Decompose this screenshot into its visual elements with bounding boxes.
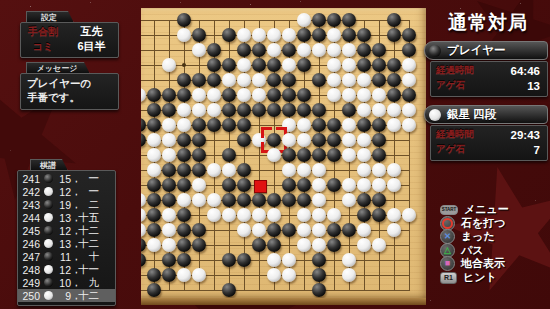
white-stone: [342, 193, 356, 207]
black-stone: [177, 133, 191, 147]
black-stone: [342, 103, 356, 117]
black-stone: [402, 43, 416, 57]
kifu-panel[interactable]: 24115，一24212，一24319，二24413，十五24512，十二246…: [17, 170, 116, 306]
black-stone: [267, 58, 281, 72]
white-stone: [282, 253, 296, 267]
white-stone: [141, 88, 146, 102]
white-stone: [252, 88, 266, 102]
black-stone: [312, 268, 326, 282]
white-stone: [282, 268, 296, 282]
white-stone: [357, 103, 371, 117]
black-stone: [282, 103, 296, 117]
white-stone: [357, 223, 371, 237]
white-stone: [237, 73, 251, 87]
white-stone: [222, 163, 236, 177]
black-stone: [207, 43, 221, 57]
legend-item-2: 石を打つ: [440, 217, 506, 230]
white-stone: [327, 58, 341, 72]
black-stone: [282, 193, 296, 207]
black-stone: [177, 13, 191, 27]
white-stone: [192, 268, 206, 282]
black-stone: [147, 223, 161, 237]
black-stone: [297, 148, 311, 162]
white-stone: [342, 58, 356, 72]
white-stone: [267, 43, 281, 57]
black-stone-icon: [44, 278, 53, 287]
white-stone: [162, 208, 176, 222]
black-stone-icon: [429, 45, 441, 57]
white-stone: [342, 73, 356, 87]
kifu-move-row: 24613，十二: [18, 237, 115, 250]
star-speckles: [0, 0, 1, 1]
black-stone: [177, 178, 191, 192]
white-stone: [141, 223, 146, 237]
black-stone: [222, 193, 236, 207]
elapsed-time-label: 経過時間: [431, 128, 492, 141]
elapsed-time-row: 経過時間 29:43: [431, 127, 547, 142]
black-stone: [312, 103, 326, 117]
opponent-name: 銀星 四段: [447, 107, 496, 122]
black-stone: [177, 88, 191, 102]
black-stone: [237, 178, 251, 192]
white-stone-icon: [44, 291, 53, 300]
black-stone: [357, 58, 371, 72]
board-side-face: [141, 298, 426, 305]
white-stone: [327, 43, 341, 57]
black-stone: [312, 13, 326, 27]
settings-panel: 手合割 互先 コミ 6目半: [20, 22, 119, 58]
white-stone: [357, 133, 371, 147]
black-stone: [282, 43, 296, 57]
white-stone: [342, 148, 356, 162]
match-title: 通常対局: [430, 10, 546, 36]
black-stone: [237, 103, 251, 117]
black-stone: [387, 28, 401, 42]
kifu-move-row: 2509，十二: [18, 289, 115, 302]
white-stone: [147, 163, 161, 177]
black-stone: [141, 253, 146, 267]
black-stone: [192, 238, 206, 252]
black-stone: [252, 58, 266, 72]
kifu-move-row: 24910，九: [18, 276, 115, 289]
white-stone: [327, 208, 341, 222]
white-stone: [357, 178, 371, 192]
black-stone: [237, 193, 251, 207]
white-stone: [387, 223, 401, 237]
black-stone: [177, 238, 191, 252]
black-stone: [267, 223, 281, 237]
white-stone: [342, 118, 356, 132]
captures-label: アゲ石: [431, 143, 492, 156]
white-stone: [312, 43, 326, 57]
white-stone: [222, 208, 236, 222]
black-stone: [312, 148, 326, 162]
black-stone: [147, 193, 161, 207]
white-stone: [162, 133, 176, 147]
tab-message-label: メッセージ: [37, 64, 78, 73]
black-stone: [312, 283, 326, 297]
black-stone: [237, 163, 251, 177]
white-stone: [282, 163, 296, 177]
black-stone: [267, 88, 281, 102]
legend-item-4: △パス: [440, 244, 484, 257]
white-stone: [162, 223, 176, 237]
black-stone: [372, 193, 386, 207]
black-stone: [387, 58, 401, 72]
white-stone: [342, 133, 356, 147]
player-stats-white: 経過時間 29:43 アゲ石 7: [430, 125, 548, 161]
white-stone: [177, 193, 191, 207]
elapsed-time-value: 64:46: [492, 65, 547, 77]
cross-button-icon: ✕: [440, 229, 455, 244]
white-stone: [162, 148, 176, 162]
go-board[interactable]: [141, 8, 426, 298]
kifu-move-row: 24212，一: [18, 185, 115, 198]
white-stone: [297, 223, 311, 237]
black-stone: [177, 73, 191, 87]
black-stone: [222, 58, 236, 72]
white-stone: [372, 178, 386, 192]
black-stone: [267, 73, 281, 87]
black-stone: [237, 133, 251, 147]
white-stone: [147, 133, 161, 147]
white-stone: [297, 118, 311, 132]
last-move-marker: [254, 180, 267, 193]
black-stone: [297, 193, 311, 207]
kifu-move-row: 24319，二: [18, 198, 115, 211]
black-stone: [297, 178, 311, 192]
black-stone: [207, 58, 221, 72]
legend-item-1: STARTメニュー: [440, 203, 509, 216]
black-stone: [162, 88, 176, 102]
white-stone: [162, 118, 176, 132]
white-stone: [312, 223, 326, 237]
black-stone: [141, 118, 146, 132]
kifu-move-row: 24115，一: [18, 172, 115, 185]
black-stone: [147, 118, 161, 132]
black-stone: [222, 253, 236, 267]
black-stone: [147, 88, 161, 102]
komi-value: 6目半: [65, 39, 118, 54]
white-stone: [207, 208, 221, 222]
white-stone: [192, 178, 206, 192]
black-stone: [387, 13, 401, 27]
white-stone: [327, 73, 341, 87]
white-stone: [327, 28, 341, 42]
black-stone: [282, 148, 296, 162]
black-stone: [147, 283, 161, 297]
kifu-move-row: 24812，十一: [18, 263, 115, 276]
black-stone: [222, 28, 236, 42]
black-stone: [327, 133, 341, 147]
tab-settings-label: 設定: [41, 13, 57, 22]
white-stone: [312, 238, 326, 252]
black-stone: [372, 73, 386, 87]
white-stone: [141, 208, 146, 222]
white-stone: [237, 58, 251, 72]
captures-label: アゲ石: [431, 79, 492, 92]
white-stone: [237, 28, 251, 42]
white-stone: [192, 103, 206, 117]
white-stone: [312, 163, 326, 177]
message-panel: プレイヤーの 手番です。: [20, 73, 119, 110]
black-stone: [222, 118, 236, 132]
white-stone: [387, 118, 401, 132]
black-stone: [147, 268, 161, 282]
black-stone: [327, 223, 341, 237]
white-stone: [207, 193, 221, 207]
white-stone: [297, 133, 311, 147]
white-stone: [357, 73, 371, 87]
white-stone: [267, 28, 281, 42]
black-stone: [297, 103, 311, 117]
komi-label: コミ: [21, 40, 65, 54]
player-name: プレイヤー: [447, 43, 506, 58]
white-stone: [402, 58, 416, 72]
black-stone: [372, 133, 386, 147]
white-stone: [192, 88, 206, 102]
black-stone: [372, 208, 386, 222]
legend-item-3: ✕まった: [440, 230, 495, 243]
black-stone: [147, 103, 161, 117]
black-stone: [162, 178, 176, 192]
elapsed-time-value: 29:43: [492, 129, 547, 141]
white-stone: [327, 88, 341, 102]
black-stone: [177, 253, 191, 267]
white-stone: [387, 178, 401, 192]
legend-item-6: R1ヒント: [440, 271, 497, 284]
square-button-icon: ■: [440, 256, 455, 271]
white-stone: [387, 163, 401, 177]
white-stone: [207, 163, 221, 177]
black-stone: [207, 118, 221, 132]
white-stone: [267, 268, 281, 282]
white-stone: [267, 148, 281, 162]
black-stone: [177, 163, 191, 177]
black-stone: [357, 118, 371, 132]
handicap-value: 互先: [65, 24, 118, 39]
white-stone: [297, 13, 311, 27]
white-stone: [342, 43, 356, 57]
white-stone: [402, 103, 416, 117]
black-stone: [267, 193, 281, 207]
black-stone: [387, 73, 401, 87]
tab-kifu-label: 棋譜: [40, 161, 56, 170]
komi-row: コミ 6目半: [21, 39, 118, 54]
black-stone: [327, 178, 341, 192]
white-stone: [402, 73, 416, 87]
captures-value: 7: [492, 144, 547, 156]
white-stone: [282, 58, 296, 72]
white-stone: [342, 268, 356, 282]
white-stone: [252, 28, 266, 42]
white-stone: [297, 43, 311, 57]
white-stone: [177, 118, 191, 132]
white-stone: [252, 73, 266, 87]
white-stone: [312, 208, 326, 222]
black-stone: [297, 88, 311, 102]
white-stone-icon: [44, 213, 53, 222]
black-stone: [222, 88, 236, 102]
captures-row: アゲ石 13: [431, 78, 547, 93]
message-line: 手番です。: [21, 90, 118, 104]
black-stone: [192, 28, 206, 42]
black-stone: [222, 103, 236, 117]
game-screen: 設定 手合割 互先 コミ 6目半 メッセージ プレイヤーの 手番です。 棋譜 2…: [0, 0, 550, 309]
black-stone-icon: [44, 226, 53, 235]
white-stone: [342, 178, 356, 192]
captures-row: アゲ石 7: [431, 142, 547, 157]
black-stone: [297, 28, 311, 42]
black-stone: [357, 43, 371, 57]
player-bar-black: プレイヤー: [424, 41, 548, 60]
white-stone: [387, 208, 401, 222]
black-stone-icon: [44, 174, 53, 183]
black-stone: [267, 238, 281, 252]
black-stone: [207, 73, 221, 87]
black-stone: [327, 238, 341, 252]
white-stone: [357, 88, 371, 102]
black-stone: [282, 73, 296, 87]
black-stone: [162, 268, 176, 282]
black-stone: [192, 118, 206, 132]
black-stone: [402, 28, 416, 42]
black-stone: [141, 238, 146, 252]
black-stone: [162, 103, 176, 117]
player-stats-black: 経過時間 64:46 アゲ石 13: [430, 61, 548, 97]
white-stone: [177, 28, 191, 42]
legend-item-5: ■地合表示: [440, 257, 505, 270]
white-stone: [342, 88, 356, 102]
black-stone: [222, 283, 236, 297]
r1-button-icon: R1: [440, 272, 457, 284]
captures-value: 13: [492, 80, 547, 92]
white-stone-icon: [44, 187, 53, 196]
black-stone: [162, 253, 176, 267]
message-line: プレイヤーの: [21, 76, 118, 90]
black-stone: [237, 118, 251, 132]
white-stone: [402, 118, 416, 132]
black-stone: [372, 43, 386, 57]
black-stone: [237, 43, 251, 57]
black-stone: [387, 88, 401, 102]
handicap-label: 手合割: [21, 25, 65, 39]
white-stone-icon: [44, 239, 53, 248]
start-button-icon: START: [440, 205, 458, 215]
black-stone: [147, 208, 161, 222]
white-stone: [147, 238, 161, 252]
white-stone: [357, 148, 371, 162]
white-stone: [312, 178, 326, 192]
white-stone: [222, 73, 236, 87]
white-stone-icon: [429, 109, 441, 121]
black-stone: [312, 133, 326, 147]
black-stone: [342, 223, 356, 237]
white-stone: [282, 133, 296, 147]
black-stone: [372, 118, 386, 132]
white-stone: [387, 103, 401, 117]
black-stone: [192, 133, 206, 147]
black-stone: [177, 208, 191, 222]
black-stone: [192, 223, 206, 237]
black-stone: [222, 178, 236, 192]
white-stone: [312, 193, 326, 207]
black-stone: [252, 43, 266, 57]
white-stone: [252, 208, 266, 222]
black-stone: [282, 223, 296, 237]
black-stone: [252, 238, 266, 252]
black-stone: [327, 148, 341, 162]
legend-label: ヒント: [463, 270, 497, 285]
white-stone: [282, 28, 296, 42]
elapsed-time-row: 経過時間 64:46: [431, 63, 547, 78]
white-stone: [372, 163, 386, 177]
white-stone: [372, 103, 386, 117]
white-stone: [372, 88, 386, 102]
black-stone: [312, 28, 326, 42]
black-stone-icon: [44, 200, 53, 209]
black-stone: [192, 148, 206, 162]
white-stone-icon: [44, 265, 53, 274]
white-stone: [357, 238, 371, 252]
white-stone: [342, 253, 356, 267]
black-stone: [312, 118, 326, 132]
black-stone: [312, 73, 326, 87]
black-stone: [372, 148, 386, 162]
kifu-move-row: 24711，十: [18, 250, 115, 263]
elapsed-time-label: 経過時間: [431, 64, 492, 77]
black-stone: [147, 178, 161, 192]
white-stone: [177, 268, 191, 282]
white-stone: [237, 223, 251, 237]
black-stone: [357, 28, 371, 42]
white-stone: [297, 208, 311, 222]
kifu-move-row: 24512，十二: [18, 224, 115, 237]
black-stone: [282, 88, 296, 102]
white-stone: [237, 88, 251, 102]
star-point: [182, 63, 186, 67]
white-stone: [297, 163, 311, 177]
black-stone: [327, 13, 341, 27]
black-stone: [327, 118, 341, 132]
white-stone: [177, 103, 191, 117]
black-stone: [342, 13, 356, 27]
board-grid: [141, 20, 410, 291]
black-stone: [162, 163, 176, 177]
black-stone: [141, 133, 146, 147]
white-stone: [162, 238, 176, 252]
white-stone: [207, 103, 221, 117]
black-stone: [222, 148, 236, 162]
handicap-row: 手合割 互先: [21, 24, 118, 39]
white-stone: [192, 43, 206, 57]
black-stone: [312, 253, 326, 267]
black-stone: [372, 58, 386, 72]
white-stone: [237, 208, 251, 222]
white-stone: [267, 208, 281, 222]
white-stone: [192, 193, 206, 207]
black-stone: [357, 193, 371, 207]
player-bar-white: 銀星 四段: [424, 105, 548, 124]
black-stone: [192, 163, 206, 177]
black-stone: [252, 193, 266, 207]
black-stone: [342, 28, 356, 42]
kifu-move-row: 24413，十五: [18, 211, 115, 224]
black-stone: [357, 208, 371, 222]
white-stone: [147, 148, 161, 162]
black-stone: [237, 253, 251, 267]
black-stone: [192, 73, 206, 87]
